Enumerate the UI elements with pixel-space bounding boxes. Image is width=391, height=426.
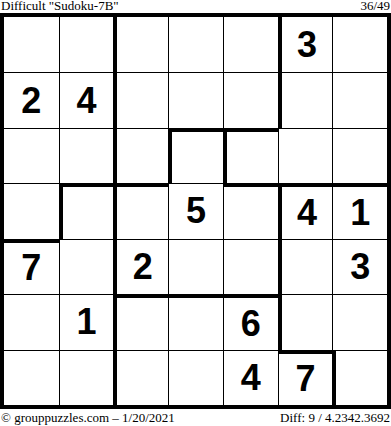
cell-r7c2[interactable]	[59, 350, 114, 405]
cell-r6c1[interactable]	[4, 294, 59, 349]
cell-r3c3[interactable]	[113, 128, 168, 183]
cell-r2c1[interactable]: 2	[4, 72, 59, 127]
cell-r6c5[interactable]: 6	[223, 294, 278, 349]
footer: © grouppuzzles.com – 1/20/2021 Diff: 9 /…	[0, 409, 391, 425]
cell-r7c1[interactable]	[4, 350, 59, 405]
cell-r1c2[interactable]	[59, 17, 114, 72]
cell-r1c6[interactable]: 3	[278, 17, 333, 72]
cell-r2c2[interactable]: 4	[59, 72, 114, 127]
cell-r2c6[interactable]	[278, 72, 333, 127]
cell-r4c6[interactable]: 4	[278, 183, 333, 238]
cell-r5c1[interactable]: 7	[4, 239, 59, 294]
puzzle-page: Difficult "Sudoku-7B" 36/49 324541723164…	[0, 0, 391, 426]
cell-r7c5[interactable]: 4	[223, 350, 278, 405]
cell-r5c4[interactable]	[168, 239, 223, 294]
cell-r3c1[interactable]	[4, 128, 59, 183]
cell-r3c6[interactable]	[278, 128, 333, 183]
cell-r6c4[interactable]	[168, 294, 223, 349]
cell-r5c5[interactable]	[223, 239, 278, 294]
cell-r2c5[interactable]	[223, 72, 278, 127]
cell-r6c3[interactable]	[113, 294, 168, 349]
cell-r4c2[interactable]	[59, 183, 114, 238]
cell-r1c3[interactable]	[113, 17, 168, 72]
blank-counter: 36/49	[360, 0, 390, 12]
cell-r4c1[interactable]	[4, 183, 59, 238]
cell-r4c7[interactable]: 1	[332, 183, 387, 238]
cell-r5c6[interactable]	[278, 239, 333, 294]
cell-r2c3[interactable]	[113, 72, 168, 127]
cell-r3c5[interactable]	[223, 128, 278, 183]
cell-r7c6[interactable]: 7	[278, 350, 333, 405]
header: Difficult "Sudoku-7B" 36/49	[0, 0, 391, 13]
cell-r6c6[interactable]	[278, 294, 333, 349]
cell-r3c7[interactable]	[332, 128, 387, 183]
cell-r7c7[interactable]	[332, 350, 387, 405]
cell-r1c5[interactable]	[223, 17, 278, 72]
cell-r7c4[interactable]	[168, 350, 223, 405]
cell-r4c4[interactable]: 5	[168, 183, 223, 238]
cell-r1c4[interactable]	[168, 17, 223, 72]
cell-r5c3[interactable]: 2	[113, 239, 168, 294]
cell-r1c1[interactable]	[4, 17, 59, 72]
sudoku-board: 3245417231647	[0, 13, 391, 409]
cell-r5c2[interactable]	[59, 239, 114, 294]
cell-r3c2[interactable]	[59, 128, 114, 183]
cell-r3c4[interactable]	[168, 128, 223, 183]
footer-difficulty: Diff: 9 / 4.2342.3692	[280, 411, 390, 425]
cell-r1c7[interactable]	[332, 17, 387, 72]
cell-r6c7[interactable]	[332, 294, 387, 349]
footer-credit: © grouppuzzles.com – 1/20/2021	[1, 411, 175, 425]
cell-r4c3[interactable]	[113, 183, 168, 238]
cell-r6c2[interactable]: 1	[59, 294, 114, 349]
cell-r2c7[interactable]	[332, 72, 387, 127]
cell-r5c7[interactable]: 3	[332, 239, 387, 294]
cell-r4c5[interactable]	[223, 183, 278, 238]
cell-r7c3[interactable]	[113, 350, 168, 405]
cell-r2c4[interactable]	[168, 72, 223, 127]
page-title: Difficult "Sudoku-7B"	[1, 0, 119, 12]
